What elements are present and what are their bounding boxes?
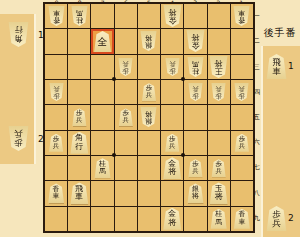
square-4-6[interactable]: 歩兵 [161,131,183,155]
piece-sente-gold: 金将 [163,157,182,179]
piece-sente-rook: 飛車 [266,54,287,79]
gote-hand-bishop[interactable]: 角行 [8,22,29,47]
turn-indicator: 後手番 [260,26,300,40]
square-9-5[interactable] [45,105,67,129]
piece-gote-silver: 銀将 [140,107,157,127]
square-2-2[interactable] [208,29,230,53]
square-4-3[interactable]: 歩兵 [161,55,183,79]
square-9-1[interactable]: 香車 [45,4,67,28]
square-9-3[interactable] [45,55,67,79]
square-7-4[interactable] [91,80,113,104]
square-9-8[interactable]: 香車 [45,181,67,205]
square-8-8[interactable]: 飛車 [68,181,90,205]
square-3-3[interactable]: 桂馬 [184,55,206,79]
square-2-6[interactable] [208,131,230,155]
piece-sente-pawn: 歩兵 [266,206,287,231]
square-2-1[interactable] [208,4,230,28]
piece-gote-lance: 香車 [48,6,65,26]
square-5-5[interactable]: 銀将 [138,105,160,129]
piece-sente-gold: 金将 [163,208,182,230]
square-8-6[interactable]: 角行 [68,131,90,155]
piece-gote-gold: 金将 [163,5,182,27]
square-6-2[interactable] [115,29,137,53]
square-5-2[interactable]: 銀将 [138,29,160,53]
square-2-8[interactable]: 玉将 [208,181,230,205]
square-5-6[interactable] [138,131,160,155]
square-9-7[interactable] [45,156,67,180]
square-1-7[interactable] [231,156,253,180]
piece-gote-pawn: 歩兵 [165,58,180,76]
sente-hand-pawn[interactable]: 歩兵 [266,206,287,231]
piece-gote-lance: 香車 [233,6,250,26]
piece-sente-pawn: 歩兵 [118,108,133,126]
square-3-1[interactable] [184,4,206,28]
piece-sente-knight: 桂馬 [210,209,227,229]
square-8-1[interactable]: 桂馬 [68,4,90,28]
piece-sente-pawn: 歩兵 [234,134,249,152]
piece-sente-pawn: 歩兵 [188,159,203,177]
sente-hand-pawn-count: 2 [288,213,294,223]
piece-gote-silver: 銀将 [140,31,157,51]
piece-sente-lance: 香車 [233,209,250,229]
square-2-3[interactable]: 王将 [208,55,230,79]
square-7-9[interactable] [91,207,113,231]
piece-sente-pawn: 歩兵 [49,134,64,152]
square-1-9[interactable]: 香車 [231,207,253,231]
piece-sente-rook: 飛車 [70,182,89,204]
gote-hand-bishop-count: 1 [38,30,44,40]
piece-gote-knight: 桂馬 [187,57,204,77]
square-9-2[interactable] [45,29,67,53]
piece-gote-gold: 金将 [186,30,205,52]
square-3-6[interactable] [184,131,206,155]
square-9-4[interactable]: 歩兵 [45,80,67,104]
piece-gote-knight: 桂馬 [71,6,88,26]
square-6-8[interactable] [115,181,137,205]
square-8-9[interactable] [68,207,90,231]
piece-sente-knight: 桂馬 [94,158,111,178]
piece-sente-pawn: 歩兵 [72,108,87,126]
piece-sente-pawn: 歩兵 [165,134,180,152]
piece-sente-silver: 銀将 [187,183,204,203]
hoshi-dot [181,153,185,157]
piece-gote-bishop: 角行 [8,22,29,47]
square-4-8[interactable] [161,181,183,205]
hoshi-dot [112,153,116,157]
shogi-app: 987654321 一二三四五六七八九 香車桂馬金将香車全銀将金将歩兵歩兵桂馬王… [0,0,300,237]
piece-gote-pawn: 歩兵 [8,126,29,151]
square-6-3[interactable]: 歩兵 [115,55,137,79]
sente-hand-rook[interactable]: 飛車 [266,54,287,79]
piece-gote-pawn: 歩兵 [211,83,226,101]
piece-sente-pawn: 歩兵 [141,83,156,101]
square-2-5[interactable] [208,105,230,129]
piece-gote-pawn: 歩兵 [118,58,133,76]
square-6-9[interactable] [115,207,137,231]
square-6-7[interactable] [115,156,137,180]
square-5-7[interactable] [138,156,160,180]
square-4-5[interactable] [161,105,183,129]
square-1-5[interactable] [231,105,253,129]
square-2-4[interactable]: 歩兵 [208,80,230,104]
piece-sente-lance: 香車 [48,183,65,203]
square-8-4[interactable] [68,80,90,104]
square-4-9[interactable]: 金将 [161,207,183,231]
piece-gote-pawn: 歩兵 [49,83,64,101]
square-4-1[interactable]: 金将 [161,4,183,28]
square-1-1[interactable]: 香車 [231,4,253,28]
square-7-3[interactable] [91,55,113,79]
sente-hand-rook-count: 1 [288,61,294,71]
square-7-6[interactable] [91,131,113,155]
square-7-2[interactable]: 全 [91,29,113,53]
square-5-3[interactable] [138,55,160,79]
square-6-1[interactable] [115,4,137,28]
square-1-2[interactable] [231,29,253,53]
square-7-8[interactable] [91,181,113,205]
square-9-9[interactable] [45,207,67,231]
square-7-7[interactable]: 桂馬 [91,156,113,180]
square-3-4[interactable]: 歩兵 [184,80,206,104]
square-1-6[interactable]: 歩兵 [231,131,253,155]
square-3-2[interactable]: 金将 [184,29,206,53]
square-3-7[interactable]: 歩兵 [184,156,206,180]
gote-hand-pawn-count: 2 [38,134,44,144]
piece-gote-king: 王将 [209,56,228,78]
piece-sente-promoted-silver: 全 [94,31,112,52]
square-5-8[interactable] [138,181,160,205]
square-8-7[interactable] [68,156,90,180]
gote-hand-pawn[interactable]: 歩兵 [8,126,29,151]
square-9-6[interactable]: 歩兵 [45,131,67,155]
square-1-3[interactable] [231,55,253,79]
square-3-9[interactable] [184,207,206,231]
piece-sente-king: 玉将 [209,182,228,204]
piece-sente-bishop: 角行 [70,132,89,154]
square-7-5[interactable] [91,105,113,129]
square-5-9[interactable] [138,207,160,231]
square-3-5[interactable] [184,105,206,129]
square-6-4[interactable] [115,80,137,104]
shogi-board: 香車桂馬金将香車全銀将金将歩兵歩兵桂馬王将歩兵歩兵歩兵歩兵歩兵歩兵歩兵銀将歩兵角… [43,2,255,233]
square-6-5[interactable]: 歩兵 [115,105,137,129]
hoshi-dot [181,77,185,81]
hoshi-dot [112,77,116,81]
square-1-8[interactable] [231,181,253,205]
square-5-4[interactable]: 歩兵 [138,80,160,104]
square-6-6[interactable] [115,131,137,155]
piece-gote-pawn: 歩兵 [188,83,203,101]
square-8-2[interactable] [68,29,90,53]
piece-gote-pawn: 歩兵 [234,83,249,101]
square-8-3[interactable] [68,55,90,79]
square-2-9[interactable]: 桂馬 [208,207,230,231]
square-3-8[interactable]: 銀将 [184,181,206,205]
square-4-4[interactable] [161,80,183,104]
square-2-7[interactable]: 歩兵 [208,156,230,180]
square-8-5[interactable]: 歩兵 [68,105,90,129]
square-1-4[interactable]: 歩兵 [231,80,253,104]
square-7-1[interactable] [91,4,113,28]
square-5-1[interactable] [138,4,160,28]
square-4-2[interactable] [161,29,183,53]
square-4-7[interactable]: 金将 [161,156,183,180]
piece-sente-pawn: 歩兵 [211,159,226,177]
